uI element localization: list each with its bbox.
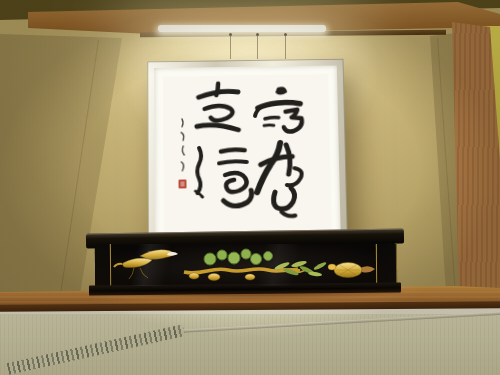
frame-mat [154, 66, 341, 243]
calligraphy-frame [147, 59, 348, 250]
artist-seal [179, 179, 187, 188]
calligraphy-char-ai [197, 83, 239, 130]
tatami-floor [0, 314, 500, 375]
ornament-display [110, 246, 376, 286]
calligraphy-char-go [195, 147, 252, 206]
calligraphy-char-wa [255, 86, 302, 132]
tokonoma-alcove-photo [0, 0, 500, 375]
bamboo-leaves-ornament [274, 260, 327, 277]
signature-column [181, 119, 184, 171]
calligraphy-char-gan [256, 143, 302, 217]
fluorescent-light [158, 25, 326, 32]
crane-ornament [114, 250, 178, 279]
calligraphy-paper [163, 74, 332, 233]
case-post-right [376, 244, 397, 286]
hanging-wire [257, 36, 258, 59]
hanging-wire [230, 36, 231, 59]
calligraphy-artwork [163, 74, 332, 233]
hanging-wire [285, 36, 286, 59]
turtle-ornament [328, 263, 375, 278]
case-post-left [95, 244, 111, 286]
